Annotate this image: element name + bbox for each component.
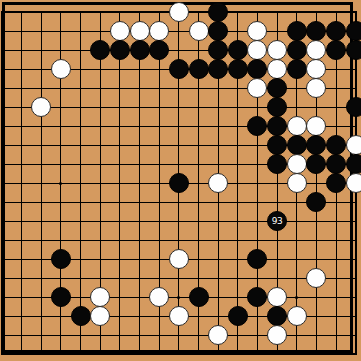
black-stone <box>169 59 189 79</box>
grid-line-horizontal <box>1 202 357 203</box>
black-stone <box>267 97 287 117</box>
grid-line-horizontal <box>1 240 357 241</box>
white-stone <box>208 325 228 345</box>
black-stone <box>267 306 287 326</box>
black-stone <box>326 21 346 41</box>
black-stone <box>346 154 361 174</box>
black-stone <box>149 40 169 60</box>
white-stone <box>306 268 326 288</box>
black-stone <box>346 40 361 60</box>
white-stone <box>287 306 307 326</box>
white-stone <box>51 59 71 79</box>
white-stone <box>149 21 169 41</box>
white-stone <box>169 306 189 326</box>
white-stone <box>306 116 326 136</box>
black-stone <box>189 287 209 307</box>
black-stone <box>326 135 346 155</box>
black-stone <box>208 59 228 79</box>
white-stone <box>90 287 110 307</box>
black-stone <box>267 135 287 155</box>
black-stone <box>247 59 267 79</box>
white-stone <box>247 78 267 98</box>
black-stone <box>208 40 228 60</box>
black-stone <box>208 21 228 41</box>
white-stone <box>267 40 287 60</box>
white-stone <box>267 59 287 79</box>
black-stone <box>228 306 248 326</box>
grid-line-horizontal <box>1 335 357 336</box>
white-stone <box>169 249 189 269</box>
white-stone <box>149 287 169 307</box>
white-stone <box>287 154 307 174</box>
black-stone <box>228 59 248 79</box>
move-number-label: 93 <box>272 217 282 226</box>
black-stone <box>71 306 91 326</box>
white-stone <box>267 325 287 345</box>
black-stone <box>110 40 130 60</box>
grid-line-horizontal <box>1 353 357 355</box>
black-stone <box>287 135 307 155</box>
grid-line-horizontal <box>1 278 357 279</box>
black-stone <box>306 154 326 174</box>
black-stone <box>306 192 326 212</box>
white-stone <box>287 116 307 136</box>
white-stone <box>306 40 326 60</box>
go-client-window: 93 <box>0 0 361 361</box>
black-stone <box>90 40 110 60</box>
black-stone <box>169 173 189 193</box>
black-stone <box>326 173 346 193</box>
white-stone <box>189 21 209 41</box>
black-stone <box>287 21 307 41</box>
grid-line-horizontal <box>1 221 357 222</box>
black-stone <box>247 287 267 307</box>
black-stone <box>228 40 248 60</box>
black-stone <box>326 154 346 174</box>
white-stone <box>247 21 267 41</box>
white-stone <box>90 306 110 326</box>
white-stone <box>306 59 326 79</box>
black-stone: 93 <box>267 211 287 231</box>
white-stone <box>31 97 51 117</box>
go-board[interactable]: 93 <box>0 0 361 361</box>
white-stone <box>110 21 130 41</box>
black-stone <box>287 40 307 60</box>
black-stone <box>306 135 326 155</box>
black-stone <box>189 59 209 79</box>
black-stone <box>287 59 307 79</box>
white-stone <box>208 173 228 193</box>
white-stone <box>306 78 326 98</box>
black-stone <box>326 40 346 60</box>
black-stone <box>247 249 267 269</box>
black-stone <box>346 97 361 117</box>
black-stone <box>267 116 287 136</box>
black-stone <box>306 21 326 41</box>
black-stone <box>51 249 71 269</box>
black-stone <box>267 154 287 174</box>
white-stone <box>130 21 150 41</box>
white-stone <box>346 173 361 193</box>
white-stone <box>346 135 361 155</box>
white-stone <box>247 40 267 60</box>
black-stone <box>247 116 267 136</box>
black-stone <box>267 78 287 98</box>
star-point <box>295 296 298 299</box>
black-stone <box>130 40 150 60</box>
white-stone <box>267 287 287 307</box>
black-stone <box>208 2 228 22</box>
black-stone <box>51 287 71 307</box>
white-stone <box>287 173 307 193</box>
black-stone <box>346 21 361 41</box>
white-stone <box>169 2 189 22</box>
